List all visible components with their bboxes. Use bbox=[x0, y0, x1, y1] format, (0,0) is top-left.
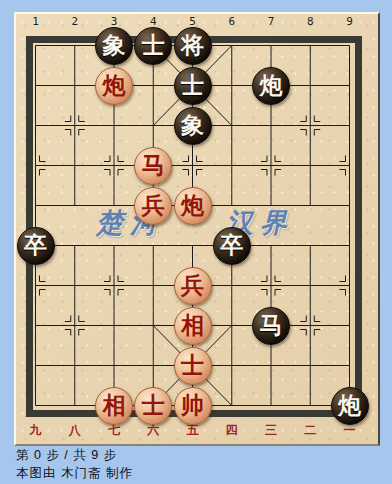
piece-black-soldier[interactable]: 卒 bbox=[17, 227, 55, 265]
piece-black-elephant[interactable]: 象 bbox=[95, 27, 133, 65]
piece-black-soldier[interactable]: 卒 bbox=[213, 227, 251, 265]
piece-black-elephant[interactable]: 象 bbox=[174, 107, 212, 145]
piece-red-soldier[interactable]: 兵 bbox=[174, 267, 212, 305]
piece-red-elephant[interactable]: 相 bbox=[174, 307, 212, 345]
piece-black-cannon[interactable]: 炮 bbox=[331, 387, 369, 425]
pieces-grid: 象士将炮士炮象马兵炮卒卒兵相马士相士帅炮 bbox=[16, 26, 369, 426]
piece-red-soldier[interactable]: 兵 bbox=[134, 187, 172, 225]
page-background: { "game": "xiangqi", "position": { "fen"… bbox=[0, 0, 392, 484]
piece-black-general[interactable]: 将 bbox=[174, 27, 212, 65]
piece-black-advisor[interactable]: 士 bbox=[174, 67, 212, 105]
piece-red-elephant[interactable]: 相 bbox=[95, 387, 133, 425]
piece-black-horse[interactable]: 马 bbox=[252, 307, 290, 345]
piece-red-cannon[interactable]: 炮 bbox=[174, 187, 212, 225]
piece-black-advisor[interactable]: 士 bbox=[134, 27, 172, 65]
piece-red-horse[interactable]: 马 bbox=[134, 147, 172, 185]
piece-red-advisor[interactable]: 士 bbox=[174, 347, 212, 385]
piece-red-general[interactable]: 帅 bbox=[174, 387, 212, 425]
piece-red-cannon[interactable]: 炮 bbox=[95, 67, 133, 105]
piece-red-advisor[interactable]: 士 bbox=[134, 387, 172, 425]
piece-black-cannon[interactable]: 炮 bbox=[252, 67, 290, 105]
